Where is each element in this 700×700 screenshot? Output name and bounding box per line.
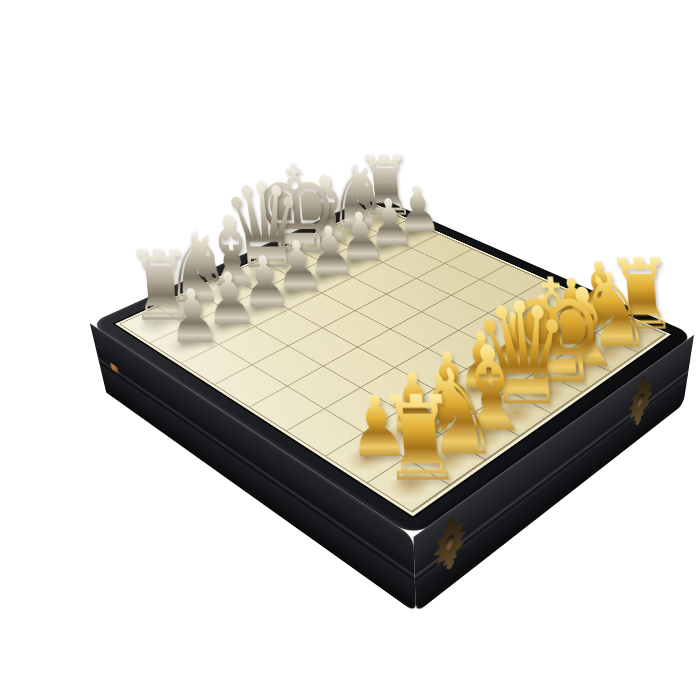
hinge-pin [110,362,119,375]
product-photo-scene: ♜♞♝♛♚♝♞♜♟♟♟♟♟♟♟♟♟♟♟♟♟♟♟♟♜♞♝♛♚♝♞♜ [158,116,621,542]
photo-background: { "game": "chess", "scene": { "descripti… [0,0,700,700]
chess-case: ♜♞♝♛♚♝♞♜♟♟♟♟♟♟♟♟♟♟♟♟♟♟♟♟♜♞♝♛♚♝♞♜ [90,196,694,537]
piece-anchor: ♜ [405,480,443,506]
case-lid-top: ♜♞♝♛♚♝♞♜♟♟♟♟♟♟♟♟♟♟♟♟♟♟♟♟♜♞♝♛♚♝♞♜ [90,196,694,537]
square-a8[interactable]: ♜ [368,458,450,512]
piece-white-pawn-a2[interactable]: ♟ [164,282,222,350]
piece-black-rook-a8[interactable]: ♜ [374,385,465,493]
